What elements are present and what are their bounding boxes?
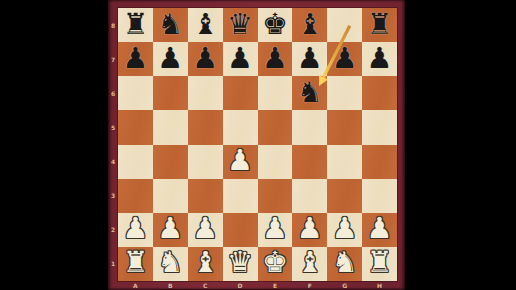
piece-white-pawn[interactable]: ♟ — [157, 214, 183, 243]
piece-black-rook[interactable]: ♜ — [122, 10, 148, 39]
letterbox-left — [0, 0, 108, 290]
square-h5[interactable] — [362, 110, 397, 144]
piece-black-pawn[interactable]: ♟ — [367, 44, 393, 73]
file-label-d: D — [223, 281, 258, 290]
rank-label-7: 7 — [108, 42, 118, 76]
chess-board: 87654321 ABCDEFGH ♜♞♝♛♚♝♜♟♟♟♟♟♟♟♟♞♟♟♟♟♟♟… — [108, 0, 405, 290]
square-h7[interactable]: ♟ — [362, 42, 397, 76]
piece-white-rook[interactable]: ♜ — [367, 248, 393, 277]
square-c4[interactable] — [188, 145, 223, 179]
square-c8[interactable]: ♝ — [188, 8, 223, 42]
square-d1[interactable]: ♛ — [223, 247, 258, 281]
rank-label-4: 4 — [108, 145, 118, 179]
piece-black-king[interactable]: ♚ — [262, 10, 288, 39]
square-f6[interactable]: ♞ — [292, 76, 327, 110]
rank-label-5: 5 — [108, 110, 118, 144]
piece-black-pawn[interactable]: ♟ — [227, 44, 253, 73]
square-g3[interactable] — [327, 179, 362, 213]
piece-white-rook[interactable]: ♜ — [122, 248, 148, 277]
square-c5[interactable] — [188, 110, 223, 144]
square-d3[interactable] — [223, 179, 258, 213]
piece-black-knight[interactable]: ♞ — [157, 10, 183, 39]
rank-label-1: 1 — [108, 247, 118, 281]
square-e3[interactable] — [258, 179, 293, 213]
piece-black-queen[interactable]: ♛ — [227, 10, 253, 39]
square-e7[interactable]: ♟ — [258, 42, 293, 76]
square-b7[interactable]: ♟ — [153, 42, 188, 76]
square-d6[interactable] — [223, 76, 258, 110]
piece-black-pawn[interactable]: ♟ — [297, 44, 323, 73]
square-b5[interactable] — [153, 110, 188, 144]
file-label-e: E — [258, 281, 293, 290]
square-b8[interactable]: ♞ — [153, 8, 188, 42]
square-f8[interactable]: ♝ — [292, 8, 327, 42]
square-c2[interactable]: ♟ — [188, 213, 223, 247]
piece-white-pawn[interactable]: ♟ — [297, 214, 323, 243]
file-label-f: F — [292, 281, 327, 290]
square-g1[interactable]: ♞ — [327, 247, 362, 281]
square-a1[interactable]: ♜ — [118, 247, 153, 281]
square-g7[interactable]: ♟ — [327, 42, 362, 76]
rank-label-2: 2 — [108, 213, 118, 247]
square-e8[interactable]: ♚ — [258, 8, 293, 42]
piece-white-king[interactable]: ♚ — [262, 248, 288, 277]
square-e6[interactable] — [258, 76, 293, 110]
piece-white-pawn[interactable]: ♟ — [262, 214, 288, 243]
file-label-g: G — [327, 281, 362, 290]
square-c6[interactable] — [188, 76, 223, 110]
piece-black-rook[interactable]: ♜ — [367, 10, 393, 39]
square-f5[interactable] — [292, 110, 327, 144]
file-label-a: A — [118, 281, 153, 290]
file-labels: ABCDEFGH — [118, 281, 397, 290]
piece-white-pawn[interactable]: ♟ — [332, 214, 358, 243]
square-a2[interactable]: ♟ — [118, 213, 153, 247]
file-label-b: B — [153, 281, 188, 290]
square-g8[interactable] — [327, 8, 362, 42]
square-d8[interactable]: ♛ — [223, 8, 258, 42]
square-d2[interactable] — [223, 213, 258, 247]
square-e2[interactable]: ♟ — [258, 213, 293, 247]
square-h3[interactable] — [362, 179, 397, 213]
board-squares: ♜♞♝♛♚♝♜♟♟♟♟♟♟♟♟♞♟♟♟♟♟♟♟♟♜♞♝♛♚♝♞♜ — [118, 8, 397, 281]
piece-black-pawn[interactable]: ♟ — [262, 44, 288, 73]
piece-white-knight[interactable]: ♞ — [332, 248, 358, 277]
square-e4[interactable] — [258, 145, 293, 179]
letterbox-right — [405, 0, 516, 290]
square-e5[interactable] — [258, 110, 293, 144]
piece-black-pawn[interactable]: ♟ — [192, 44, 218, 73]
square-f2[interactable]: ♟ — [292, 213, 327, 247]
square-a3[interactable] — [118, 179, 153, 213]
square-b2[interactable]: ♟ — [153, 213, 188, 247]
piece-white-queen[interactable]: ♛ — [227, 248, 253, 277]
square-h4[interactable] — [362, 145, 397, 179]
square-g2[interactable]: ♟ — [327, 213, 362, 247]
piece-white-bishop[interactable]: ♝ — [297, 248, 323, 277]
square-f7[interactable]: ♟ — [292, 42, 327, 76]
square-e1[interactable]: ♚ — [258, 247, 293, 281]
square-f4[interactable] — [292, 145, 327, 179]
piece-white-knight[interactable]: ♞ — [157, 248, 183, 277]
piece-black-pawn[interactable]: ♟ — [157, 44, 183, 73]
square-b4[interactable] — [153, 145, 188, 179]
rank-labels: 87654321 — [108, 8, 118, 281]
piece-black-pawn[interactable]: ♟ — [122, 44, 148, 73]
square-a6[interactable] — [118, 76, 153, 110]
piece-black-bishop[interactable]: ♝ — [297, 10, 323, 39]
piece-white-bishop[interactable]: ♝ — [192, 248, 218, 277]
video-frame: 87654321 ABCDEFGH ♜♞♝♛♚♝♜♟♟♟♟♟♟♟♟♞♟♟♟♟♟♟… — [0, 0, 516, 290]
square-h1[interactable]: ♜ — [362, 247, 397, 281]
square-g5[interactable] — [327, 110, 362, 144]
rank-label-8: 8 — [108, 8, 118, 42]
square-f3[interactable] — [292, 179, 327, 213]
square-d4[interactable]: ♟ — [223, 145, 258, 179]
square-c1[interactable]: ♝ — [188, 247, 223, 281]
piece-white-pawn[interactable]: ♟ — [122, 214, 148, 243]
square-a7[interactable]: ♟ — [118, 42, 153, 76]
piece-white-pawn[interactable]: ♟ — [367, 214, 393, 243]
square-b1[interactable]: ♞ — [153, 247, 188, 281]
square-h2[interactable]: ♟ — [362, 213, 397, 247]
rank-label-6: 6 — [108, 76, 118, 110]
square-a4[interactable] — [118, 145, 153, 179]
square-d5[interactable] — [223, 110, 258, 144]
piece-white-pawn[interactable]: ♟ — [192, 214, 218, 243]
square-c7[interactable]: ♟ — [188, 42, 223, 76]
square-a8[interactable]: ♜ — [118, 8, 153, 42]
square-h8[interactable]: ♜ — [362, 8, 397, 42]
file-label-h: H — [362, 281, 397, 290]
piece-black-pawn[interactable]: ♟ — [332, 44, 358, 73]
square-b6[interactable] — [153, 76, 188, 110]
square-b3[interactable] — [153, 179, 188, 213]
square-g6[interactable] — [327, 76, 362, 110]
piece-white-pawn[interactable]: ♟ — [227, 146, 253, 175]
square-c3[interactable] — [188, 179, 223, 213]
square-h6[interactable] — [362, 76, 397, 110]
rank-label-3: 3 — [108, 179, 118, 213]
piece-black-bishop[interactable]: ♝ — [192, 10, 218, 39]
square-a5[interactable] — [118, 110, 153, 144]
square-d7[interactable]: ♟ — [223, 42, 258, 76]
piece-black-knight[interactable]: ♞ — [297, 78, 323, 107]
square-f1[interactable]: ♝ — [292, 247, 327, 281]
square-g4[interactable] — [327, 145, 362, 179]
file-label-c: C — [188, 281, 223, 290]
